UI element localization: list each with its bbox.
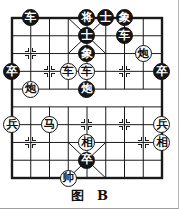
figure-caption: 图 B (0, 187, 179, 205)
xiangqi-diagram: 车将士象士车象炮卒车车卒炮炮兵马兵相相卒帅 图 B (0, 0, 179, 209)
piece-red-chariot-1[interactable]: 车 (60, 63, 77, 80)
figure-caption-letter: B (97, 188, 108, 203)
point-marker-corner (44, 66, 48, 70)
piece-black-advisor-1[interactable]: 士 (97, 9, 114, 26)
point-marker-corner (119, 66, 123, 70)
piece-red-horse[interactable]: 马 (41, 116, 58, 133)
point-marker-corner (88, 119, 92, 123)
point-marker-corner (126, 66, 130, 70)
point-marker-corner (138, 144, 142, 148)
piece-black-chariot-2[interactable]: 车 (116, 27, 133, 44)
piece-red-soldier-2[interactable]: 兵 (153, 116, 170, 133)
point-marker-corner (81, 119, 85, 123)
piece-red-cannon-1[interactable]: 炮 (135, 45, 152, 62)
point-marker-corner (32, 55, 36, 59)
point-marker-corner (25, 137, 29, 141)
piece-black-soldier-2[interactable]: 卒 (153, 63, 170, 80)
point-marker-corner (32, 144, 36, 148)
point-marker-corner (51, 66, 55, 70)
point-marker-corner (88, 126, 92, 130)
point-marker-corner (126, 126, 130, 130)
piece-black-advisor-2[interactable]: 士 (78, 27, 95, 44)
point-marker (119, 119, 130, 130)
point-marker-corner (81, 126, 85, 130)
piece-red-elephant-2[interactable]: 相 (153, 134, 170, 151)
piece-black-elephant-1[interactable]: 象 (116, 9, 133, 26)
point-marker-corner (145, 144, 149, 148)
point-marker-corner (44, 73, 48, 77)
point-marker (25, 48, 36, 59)
point-marker (44, 66, 55, 77)
piece-red-general[interactable]: 帅 (60, 170, 77, 187)
piece-black-elephant-2[interactable]: 象 (78, 45, 95, 62)
board-grid: 车将士象士车象炮卒车车卒炮炮兵马兵相相卒帅 (3, 9, 172, 187)
point-marker-corner (25, 55, 29, 59)
point-marker-corner (145, 137, 149, 141)
piece-red-soldier-1[interactable]: 兵 (3, 116, 20, 133)
point-marker (25, 137, 36, 148)
piece-black-chariot-1[interactable]: 车 (22, 9, 39, 26)
point-marker (138, 137, 149, 148)
point-marker-corner (119, 119, 123, 123)
figure-caption-character: 图 (71, 187, 84, 205)
point-marker-corner (32, 137, 36, 141)
piece-black-soldier-3[interactable]: 卒 (78, 152, 95, 169)
point-marker (119, 66, 130, 77)
point-marker-corner (119, 73, 123, 77)
piece-red-chariot-2[interactable]: 车 (78, 63, 95, 80)
piece-red-cannon-2[interactable]: 炮 (22, 81, 39, 98)
piece-red-elephant-1[interactable]: 相 (78, 134, 95, 151)
point-marker-corner (25, 48, 29, 52)
point-marker-corner (51, 73, 55, 77)
point-marker-corner (126, 119, 130, 123)
piece-black-cannon[interactable]: 炮 (78, 81, 95, 98)
point-marker (81, 119, 92, 130)
point-marker-corner (126, 73, 130, 77)
piece-black-general[interactable]: 将 (78, 9, 95, 26)
point-marker-corner (25, 144, 29, 148)
point-marker-corner (138, 137, 142, 141)
point-marker-corner (119, 126, 123, 130)
point-marker-corner (32, 48, 36, 52)
piece-black-soldier-1[interactable]: 卒 (3, 63, 20, 80)
